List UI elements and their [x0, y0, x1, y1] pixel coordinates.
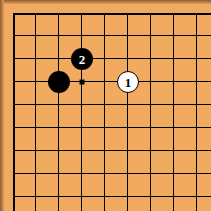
black-stone-2: 2 — [71, 48, 93, 70]
stones-overlay: 21 — [0, 0, 211, 211]
black-stone — [48, 71, 70, 93]
go-corner-diagram: 21 — [0, 0, 211, 211]
white-stone-1: 1 — [117, 71, 139, 93]
hoshi-star-point — [80, 80, 85, 85]
